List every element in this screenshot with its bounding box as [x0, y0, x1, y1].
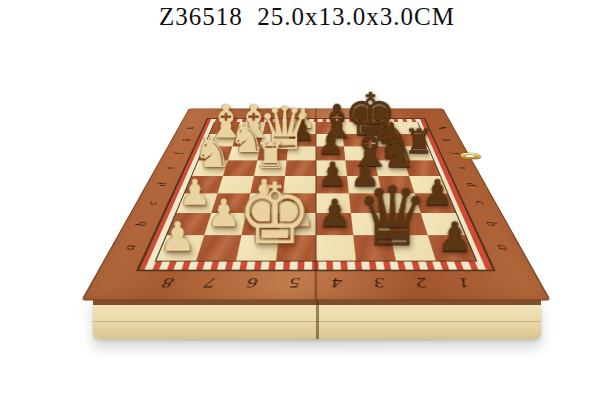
- piece-white-king-a6: ♚: [237, 173, 277, 257]
- pieces-layer: ♟♟♞♝♟♞♝♚♟♜♛♟♟♟♟♟♟♝♛♟♝♚♞♞♟♟♟♜: [81, 109, 551, 301]
- product-title: Z36518 25.0x13.0x3.0CM: [0, 3, 614, 31]
- piece-white-pawn-a8: ♟: [158, 216, 198, 257]
- piece-black-knight-e2: ♞: [378, 130, 409, 174]
- fold-seam-front: [316, 300, 319, 339]
- chessboard: 87654321aabbccddeeffgghh ♟♟♞♝♟♞♝♚♟♜♛♟♟♟♟…: [81, 109, 551, 301]
- file-label-f-right: f: [439, 149, 472, 157]
- piece-black-queen-a3: ♛: [356, 175, 396, 257]
- board-box-side: [93, 300, 541, 339]
- file-label-g-right: g: [433, 136, 464, 143]
- piece-black-pawn-d4: ♟: [316, 157, 349, 191]
- product-photo: Z36518 25.0x13.0x3.0CM 87654321aabbccdde…: [0, 0, 614, 408]
- file-label-h-left: h: [175, 125, 204, 132]
- file-label-h-right: h: [428, 125, 457, 132]
- file-label-f-left: f: [160, 149, 193, 157]
- piece-black-pawn-a1: ♟: [435, 216, 475, 257]
- piece-white-knight-f7: ♞: [229, 117, 258, 158]
- file-label-g-left: g: [168, 136, 199, 143]
- piece-black-pawn-b4: ♟: [316, 194, 353, 232]
